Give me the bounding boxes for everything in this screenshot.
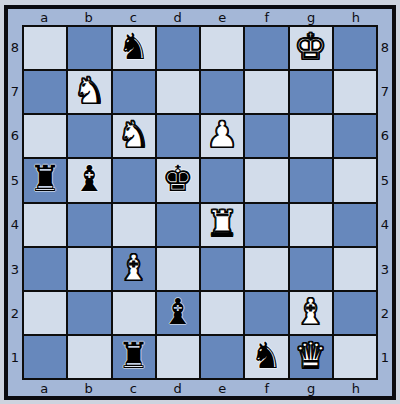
file-label-d-bottom: d <box>156 380 201 396</box>
black-bishop[interactable]: ♝ <box>162 294 194 330</box>
square-d8[interactable] <box>157 27 199 69</box>
square-a8[interactable] <box>24 27 66 69</box>
square-c1[interactable]: ♜ <box>113 336 155 378</box>
file-label-b-bottom: b <box>67 380 112 396</box>
square-d6[interactable] <box>157 115 199 157</box>
square-b1[interactable] <box>68 336 110 378</box>
rank-label-4-left: 4 <box>8 203 22 247</box>
square-a5[interactable]: ♜ <box>24 159 66 201</box>
file-label-g-bottom: g <box>289 380 334 396</box>
file-label-h-bottom: h <box>334 380 379 396</box>
square-e8[interactable] <box>201 27 243 69</box>
file-label-e-top: e <box>200 9 245 25</box>
square-c5[interactable] <box>113 159 155 201</box>
square-g6[interactable] <box>290 115 332 157</box>
square-e4[interactable]: ♜ <box>201 204 243 246</box>
black-bishop[interactable]: ♝ <box>73 161 105 197</box>
square-b4[interactable] <box>68 204 110 246</box>
square-h8[interactable] <box>334 27 376 69</box>
square-a7[interactable] <box>24 71 66 113</box>
square-h1[interactable] <box>334 336 376 378</box>
square-h4[interactable] <box>334 204 376 246</box>
rank-label-8-left: 8 <box>8 25 22 69</box>
rank-label-3-left: 3 <box>8 247 22 291</box>
square-f1[interactable]: ♞ <box>245 336 287 378</box>
square-b3[interactable] <box>68 248 110 290</box>
white-bishop[interactable]: ♝ <box>117 250 149 286</box>
square-h5[interactable] <box>334 159 376 201</box>
square-a4[interactable] <box>24 204 66 246</box>
file-label-h-top: h <box>334 9 379 25</box>
black-rook[interactable]: ♜ <box>29 161 61 197</box>
square-f4[interactable] <box>245 204 287 246</box>
square-f5[interactable] <box>245 159 287 201</box>
square-g7[interactable] <box>290 71 332 113</box>
square-d2[interactable]: ♝ <box>157 292 199 334</box>
file-label-a-top: a <box>22 9 67 25</box>
square-h6[interactable] <box>334 115 376 157</box>
square-g2[interactable]: ♝ <box>290 292 332 334</box>
square-f8[interactable] <box>245 27 287 69</box>
rank-label-2-left: 2 <box>8 291 22 335</box>
square-h2[interactable] <box>334 292 376 334</box>
square-a6[interactable] <box>24 115 66 157</box>
square-d4[interactable] <box>157 204 199 246</box>
chess-diagram: ♞♚♞♞♟♜♝♚♜♝♝♝♜♞♛ aabbccddeeffgghh88776655… <box>0 0 400 404</box>
square-b2[interactable] <box>68 292 110 334</box>
rank-label-6-right: 6 <box>378 114 392 158</box>
rank-label-1-left: 1 <box>8 336 22 380</box>
square-f7[interactable] <box>245 71 287 113</box>
square-b5[interactable]: ♝ <box>68 159 110 201</box>
black-knight[interactable]: ♞ <box>117 29 149 65</box>
white-king[interactable]: ♚ <box>294 29 326 65</box>
square-c4[interactable] <box>113 204 155 246</box>
square-e2[interactable] <box>201 292 243 334</box>
white-bishop[interactable]: ♝ <box>294 294 326 330</box>
white-rook[interactable]: ♜ <box>206 206 238 242</box>
square-c2[interactable] <box>113 292 155 334</box>
square-e1[interactable] <box>201 336 243 378</box>
square-g5[interactable] <box>290 159 332 201</box>
board-frame: ♞♚♞♞♟♜♝♚♜♝♝♝♜♞♛ aabbccddeeffgghh88776655… <box>4 5 396 400</box>
square-f2[interactable] <box>245 292 287 334</box>
square-b6[interactable] <box>68 115 110 157</box>
rank-label-6-left: 6 <box>8 114 22 158</box>
square-d5[interactable]: ♚ <box>157 159 199 201</box>
square-g3[interactable] <box>290 248 332 290</box>
square-e7[interactable] <box>201 71 243 113</box>
square-c7[interactable] <box>113 71 155 113</box>
square-c3[interactable]: ♝ <box>113 248 155 290</box>
black-king[interactable]: ♚ <box>162 161 194 197</box>
rank-label-7-right: 7 <box>378 69 392 113</box>
square-f6[interactable] <box>245 115 287 157</box>
square-e6[interactable]: ♟ <box>201 115 243 157</box>
square-b8[interactable] <box>68 27 110 69</box>
white-queen[interactable]: ♛ <box>294 338 326 374</box>
rank-label-5-right: 5 <box>378 158 392 202</box>
rank-label-5-left: 5 <box>8 158 22 202</box>
square-a1[interactable] <box>24 336 66 378</box>
square-g4[interactable] <box>290 204 332 246</box>
white-pawn[interactable]: ♟ <box>206 117 238 153</box>
rank-label-1-right: 1 <box>378 336 392 380</box>
file-label-a-bottom: a <box>22 380 67 396</box>
rank-label-8-right: 8 <box>378 25 392 69</box>
file-label-g-top: g <box>289 9 334 25</box>
square-d3[interactable] <box>157 248 199 290</box>
rank-label-7-left: 7 <box>8 69 22 113</box>
rank-label-4-right: 4 <box>378 203 392 247</box>
square-d7[interactable] <box>157 71 199 113</box>
white-knight[interactable]: ♞ <box>117 117 149 153</box>
square-c6[interactable]: ♞ <box>113 115 155 157</box>
square-g1[interactable]: ♛ <box>290 336 332 378</box>
square-h3[interactable] <box>334 248 376 290</box>
square-b7[interactable]: ♞ <box>68 71 110 113</box>
black-knight[interactable]: ♞ <box>250 338 282 374</box>
rank-label-3-right: 3 <box>378 247 392 291</box>
square-g8[interactable]: ♚ <box>290 27 332 69</box>
file-label-d-top: d <box>156 9 201 25</box>
file-label-f-bottom: f <box>245 380 290 396</box>
rank-label-2-right: 2 <box>378 291 392 335</box>
file-label-f-top: f <box>245 9 290 25</box>
file-label-b-top: b <box>67 9 112 25</box>
file-label-e-bottom: e <box>200 380 245 396</box>
square-e3[interactable] <box>201 248 243 290</box>
square-f3[interactable] <box>245 248 287 290</box>
square-e5[interactable] <box>201 159 243 201</box>
black-rook[interactable]: ♜ <box>117 338 149 374</box>
square-h7[interactable] <box>334 71 376 113</box>
square-a3[interactable] <box>24 248 66 290</box>
square-c8[interactable]: ♞ <box>113 27 155 69</box>
file-label-c-bottom: c <box>111 380 156 396</box>
chess-board: ♞♚♞♞♟♜♝♚♜♝♝♝♜♞♛ <box>22 25 378 380</box>
square-d1[interactable] <box>157 336 199 378</box>
square-a2[interactable] <box>24 292 66 334</box>
file-label-c-top: c <box>111 9 156 25</box>
white-knight[interactable]: ♞ <box>73 73 105 109</box>
